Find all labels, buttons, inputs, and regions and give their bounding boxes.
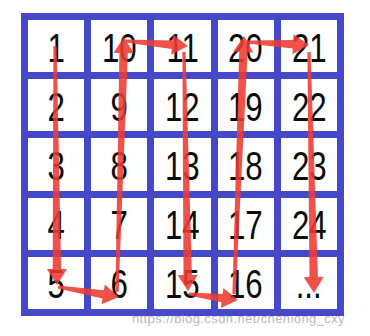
grid-cell-r2c1: 2 [28, 79, 84, 131]
grid-cell-r5c1: 5 [28, 257, 84, 309]
grid-cell-r3c4: 18 [218, 138, 274, 190]
cell-number: 4 [47, 205, 64, 245]
cell-number: 22 [292, 87, 327, 127]
cell-number: ... [296, 264, 322, 304]
cell-number: 11 [166, 28, 198, 68]
grid-cell-r2c5: 22 [281, 79, 337, 131]
cell-number: 14 [165, 205, 200, 245]
grid-cell-r4c5: 24 [281, 198, 337, 250]
grid-cell-r4c1: 4 [28, 198, 84, 250]
grid-cell-r5c4: 16 [218, 257, 274, 309]
cell-number: 21 [292, 28, 327, 68]
cell-number: 8 [111, 146, 128, 186]
cell-number: 3 [47, 146, 64, 186]
grid-cell-r4c4: 17 [218, 198, 274, 250]
cell-number: 10 [102, 28, 137, 68]
grid-cell-r1c4: 20 [218, 20, 274, 72]
cell-number: 6 [111, 264, 128, 304]
grid-cell-r5c3: 15 [154, 257, 210, 309]
grid-cell-r3c5: 23 [281, 138, 337, 190]
grid-cell-r2c2: 9 [91, 79, 147, 131]
grid-cell-r4c3: 14 [154, 198, 210, 250]
grid-cell-r3c1: 3 [28, 138, 84, 190]
cell-number: 7 [111, 205, 128, 245]
cell-number: 23 [292, 146, 327, 186]
grid-cell-r1c3: 11 [154, 20, 210, 72]
cell-number: 17 [228, 205, 263, 245]
diagram-canvas: 110112021291219223813182347141724561516.… [0, 0, 370, 336]
watermark-url: https://blog.csdn.net/chenlong_cxy [132, 311, 345, 326]
cell-number: 18 [228, 146, 263, 186]
grid-cell-r2c3: 12 [154, 79, 210, 131]
cell-number: 20 [228, 28, 263, 68]
cell-number: 13 [165, 146, 200, 186]
cell-number: 1 [47, 28, 64, 68]
grid-cell-r3c2: 8 [91, 138, 147, 190]
cell-number: 24 [292, 205, 327, 245]
grid-cell-r1c1: 1 [28, 20, 84, 72]
cell-number: 2 [47, 87, 64, 127]
grid-cell-r1c5: 21 [281, 20, 337, 72]
grid-cell-r2c4: 19 [218, 79, 274, 131]
cell-number: 16 [228, 264, 263, 304]
grid-cell-r5c5: ... [281, 257, 337, 309]
grid-cell-r4c2: 7 [91, 198, 147, 250]
cell-number: 19 [228, 87, 263, 127]
grid-cell-r5c2: 6 [91, 257, 147, 309]
grid-cell-r3c3: 13 [154, 138, 210, 190]
cell-number: 12 [165, 87, 200, 127]
cell-number: 5 [47, 264, 64, 304]
cell-number: 9 [111, 87, 128, 127]
cell-number: 15 [165, 264, 200, 304]
grid-cell-r1c2: 10 [91, 20, 147, 72]
number-grid: 110112021291219223813182347141724561516.… [21, 13, 344, 316]
